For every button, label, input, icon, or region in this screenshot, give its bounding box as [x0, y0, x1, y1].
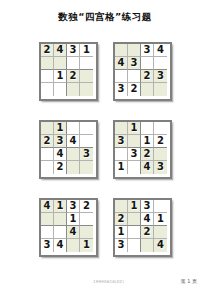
cell-r1c2: 4: [54, 44, 67, 57]
cell-r1c2: 1: [54, 122, 67, 135]
cell-r2c3: 4: [141, 213, 154, 226]
cell-r3c1[interactable]: [41, 226, 54, 239]
cell-r2c4[interactable]: [80, 135, 93, 148]
cell-r2c4[interactable]: [154, 57, 167, 70]
cell-r1c1[interactable]: [115, 200, 128, 213]
cell-r3c2: 1: [54, 70, 67, 83]
cell-r3c4[interactable]: [80, 70, 93, 83]
cell-r3c3: 4: [67, 226, 80, 239]
cell-r2c2[interactable]: [128, 135, 141, 148]
cell-r4c2: 4: [54, 239, 67, 252]
cell-r4c3[interactable]: [141, 239, 154, 252]
cell-r4c3[interactable]: [67, 161, 80, 174]
cell-r4c4: 4: [154, 239, 167, 252]
cell-r4c3[interactable]: [141, 83, 154, 96]
cell-r1c4[interactable]: [80, 122, 93, 135]
cell-r4c3: 4: [141, 161, 154, 174]
sudoku-grid-1: 243112: [39, 42, 98, 101]
cell-r3c4: 3: [154, 70, 167, 83]
cell-r2c2[interactable]: [54, 213, 67, 226]
cell-r4c2: 2: [54, 161, 67, 174]
cell-r3c3[interactable]: [67, 148, 80, 161]
sudoku-grid-5: 413214341: [39, 198, 98, 257]
cell-r4c1: 3: [41, 239, 54, 252]
cell-r4c4[interactable]: [154, 83, 167, 96]
cell-r2c3[interactable]: [141, 57, 154, 70]
cell-r4c1[interactable]: [41, 83, 54, 96]
puzzle-grid-area: 243112 34432332 1234432 131232143 413214…: [39, 42, 172, 257]
cell-r3c4[interactable]: [80, 226, 93, 239]
cell-r1c1: 2: [41, 44, 54, 57]
cell-r4c1: 3: [115, 83, 128, 96]
cell-r4c2[interactable]: [54, 83, 67, 96]
cell-r4c4[interactable]: [80, 161, 93, 174]
cell-r1c3: 3: [67, 200, 80, 213]
cell-r3c4: 3: [80, 148, 93, 161]
cell-r2c2: 3: [128, 57, 141, 70]
cell-r1c3[interactable]: [141, 122, 154, 135]
cell-r4c2: 2: [128, 83, 141, 96]
cell-r3c3: 2: [67, 70, 80, 83]
footer-doc-id: 19990616(02): [93, 279, 124, 284]
cell-r4c1: 1: [115, 161, 128, 174]
cell-r1c1[interactable]: [41, 122, 54, 135]
cell-r1c2: 1: [54, 200, 67, 213]
cell-r3c2[interactable]: [128, 226, 141, 239]
cell-r3c1: 1: [115, 226, 128, 239]
cell-r1c4: 2: [80, 200, 93, 213]
cell-r3c3: 2: [141, 148, 154, 161]
cell-r1c2[interactable]: [128, 44, 141, 57]
cell-r2c4: 2: [154, 135, 167, 148]
cell-r4c1[interactable]: [41, 161, 54, 174]
cell-r3c3: 2: [141, 226, 154, 239]
sudoku-grid-4: 131232143: [113, 120, 172, 179]
cell-r1c2: 1: [128, 122, 141, 135]
cell-r3c3: 2: [141, 70, 154, 83]
cell-r3c1[interactable]: [41, 70, 54, 83]
cell-r3c2: 4: [54, 148, 67, 161]
cell-r3c2[interactable]: [54, 226, 67, 239]
cell-r2c4[interactable]: [80, 57, 93, 70]
cell-r2c3[interactable]: [67, 57, 80, 70]
cell-r1c3: 3: [67, 44, 80, 57]
cell-r4c4[interactable]: [80, 83, 93, 96]
cell-r4c3[interactable]: [67, 239, 80, 252]
cell-r2c4[interactable]: [80, 213, 93, 226]
cell-r1c4: 4: [154, 44, 167, 57]
cell-r4c2[interactable]: [128, 239, 141, 252]
cell-r2c2[interactable]: [128, 213, 141, 226]
cell-r2c3: 1: [141, 135, 154, 148]
cell-r2c1[interactable]: [41, 57, 54, 70]
cell-r2c2: 3: [54, 135, 67, 148]
cell-r4c2[interactable]: [128, 161, 141, 174]
cell-r4c4: 1: [80, 239, 93, 252]
cell-r1c1[interactable]: [115, 122, 128, 135]
sudoku-grid-2: 34432332: [113, 42, 172, 101]
cell-r1c4: 1: [80, 44, 93, 57]
cell-r2c1: 2: [41, 135, 54, 148]
cell-r1c3[interactable]: [67, 122, 80, 135]
cell-r3c2: 3: [128, 148, 141, 161]
cell-r4c3[interactable]: [67, 83, 80, 96]
cell-r3c1[interactable]: [115, 70, 128, 83]
cell-r2c1[interactable]: [41, 213, 54, 226]
cell-r3c4[interactable]: [154, 226, 167, 239]
cell-r2c4: 1: [154, 213, 167, 226]
cell-r1c4[interactable]: [154, 122, 167, 135]
footer-page-number: 第 1 页: [181, 278, 197, 284]
cell-r2c3: 1: [67, 213, 80, 226]
cell-r1c3: 3: [141, 200, 154, 213]
sudoku-grid-3: 1234432: [39, 120, 98, 179]
cell-r4c4: 3: [154, 161, 167, 174]
cell-r3c1[interactable]: [115, 148, 128, 161]
cell-r2c1: 4: [115, 57, 128, 70]
cell-r2c2[interactable]: [54, 57, 67, 70]
cell-r1c1[interactable]: [115, 44, 128, 57]
cell-r1c3: 3: [141, 44, 154, 57]
cell-r3c1[interactable]: [41, 148, 54, 161]
cell-r2c1: 2: [115, 213, 128, 226]
cell-r3c4[interactable]: [154, 148, 167, 161]
worksheet-page: 数独“四宫格”练习题 243112 34432332 1234432 13123…: [0, 0, 210, 297]
cell-r3c2[interactable]: [128, 70, 141, 83]
cell-r1c4[interactable]: [154, 200, 167, 213]
page-title: 数独“四宫格”练习题: [0, 11, 210, 24]
cell-r1c1: 4: [41, 200, 54, 213]
cell-r2c3: 4: [67, 135, 80, 148]
cell-r2c1: 3: [115, 135, 128, 148]
cell-r4c1: 3: [115, 239, 128, 252]
cell-r1c2: 1: [128, 200, 141, 213]
sudoku-grid-6: 132411234: [113, 198, 172, 257]
